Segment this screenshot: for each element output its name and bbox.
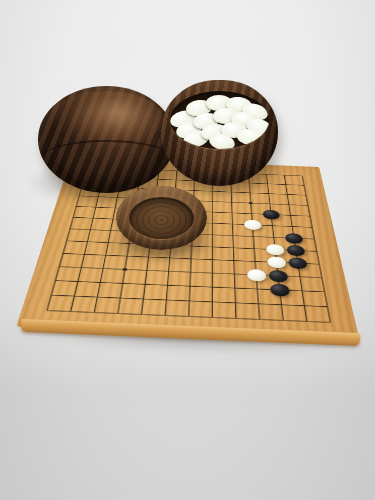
bowl-lid-seam bbox=[41, 140, 173, 176]
bowl-lid-sheen bbox=[50, 91, 162, 147]
white-stone-pile bbox=[170, 91, 269, 149]
star-point bbox=[122, 268, 127, 271]
scene bbox=[0, 0, 375, 500]
bowl-lid-dish[interactable] bbox=[116, 186, 207, 250]
star-point bbox=[249, 202, 253, 204]
closed-stone-bowl[interactable] bbox=[38, 86, 175, 193]
lid-dish-well bbox=[129, 197, 194, 239]
open-stone-bowl[interactable] bbox=[161, 80, 278, 186]
